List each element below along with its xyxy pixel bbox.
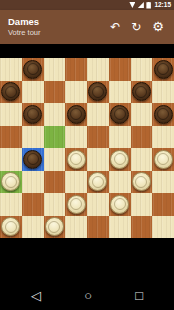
square-r7c5[interactable] <box>109 216 131 239</box>
square-r5c2[interactable] <box>44 171 66 194</box>
light-piece[interactable] <box>67 150 86 169</box>
light-piece[interactable] <box>154 150 173 169</box>
square-r1c1[interactable] <box>22 81 44 104</box>
square-r5c5[interactable] <box>109 171 131 194</box>
square-r6c5[interactable] <box>109 193 131 216</box>
square-r3c2[interactable] <box>44 126 66 149</box>
square-r7c6[interactable] <box>131 216 153 239</box>
light-piece[interactable] <box>132 172 151 191</box>
square-r4c4[interactable] <box>87 148 109 171</box>
square-r3c1[interactable] <box>22 126 44 149</box>
square-r4c2[interactable] <box>44 148 66 171</box>
dark-piece[interactable] <box>88 82 107 101</box>
square-r1c3[interactable] <box>65 81 87 104</box>
square-r4c3[interactable] <box>65 148 87 171</box>
dark-piece[interactable] <box>154 60 173 79</box>
square-r3c5[interactable] <box>109 126 131 149</box>
square-r6c6[interactable] <box>131 193 153 216</box>
square-r2c4[interactable] <box>87 103 109 126</box>
square-r7c2[interactable] <box>44 216 66 239</box>
square-r6c2[interactable] <box>44 193 66 216</box>
board <box>0 58 174 238</box>
square-r3c3[interactable] <box>65 126 87 149</box>
undo-icon[interactable]: ↶ <box>110 21 120 33</box>
light-piece[interactable] <box>110 150 129 169</box>
square-r2c3[interactable] <box>65 103 87 126</box>
square-r0c5[interactable] <box>109 58 131 81</box>
light-piece[interactable] <box>1 172 20 191</box>
square-r6c1[interactable] <box>22 193 44 216</box>
light-piece[interactable] <box>67 195 86 214</box>
light-piece[interactable] <box>1 217 20 236</box>
light-piece[interactable] <box>110 195 129 214</box>
dark-piece[interactable] <box>23 150 42 169</box>
square-r7c4[interactable] <box>87 216 109 239</box>
back-icon[interactable]: ◁ <box>31 289 41 302</box>
square-r0c4[interactable] <box>87 58 109 81</box>
square-r4c0[interactable] <box>0 148 22 171</box>
gear-icon[interactable]: ⚙ <box>152 21 164 33</box>
square-r0c6[interactable] <box>131 58 153 81</box>
battery-icon <box>146 2 151 9</box>
turn-status-text: Votre tour <box>8 29 41 38</box>
clock-text: 12:15 <box>154 0 171 10</box>
android-nav-bar: ◁ ○ □ <box>0 283 174 307</box>
square-r1c7[interactable] <box>152 81 174 104</box>
square-r5c4[interactable] <box>87 171 109 194</box>
square-r0c1[interactable] <box>22 58 44 81</box>
square-r2c6[interactable] <box>131 103 153 126</box>
square-r2c0[interactable] <box>0 103 22 126</box>
bottom-area: ◁ ○ □ <box>0 238 174 310</box>
board-top-gap <box>0 44 174 58</box>
square-r3c0[interactable] <box>0 126 22 149</box>
square-r1c5[interactable] <box>109 81 131 104</box>
square-r0c0[interactable] <box>0 58 22 81</box>
square-r2c7[interactable] <box>152 103 174 126</box>
dark-piece[interactable] <box>132 82 151 101</box>
square-r2c5[interactable] <box>109 103 131 126</box>
dark-piece[interactable] <box>154 105 173 124</box>
square-r1c0[interactable] <box>0 81 22 104</box>
dark-piece[interactable] <box>67 105 86 124</box>
square-r4c6[interactable] <box>131 148 153 171</box>
home-icon[interactable]: ○ <box>84 289 92 302</box>
square-r6c3[interactable] <box>65 193 87 216</box>
square-r1c4[interactable] <box>87 81 109 104</box>
square-r1c6[interactable] <box>131 81 153 104</box>
app-bar-actions: ↶ ↻ ⚙ <box>110 21 166 33</box>
square-r6c0[interactable] <box>0 193 22 216</box>
refresh-icon[interactable]: ↻ <box>131 21 141 33</box>
square-r5c1[interactable] <box>22 171 44 194</box>
square-r0c7[interactable] <box>152 58 174 81</box>
square-r6c4[interactable] <box>87 193 109 216</box>
phone-screen: 12:15 Dames Votre tour ↶ ↻ ⚙ ◁ ○ □ <box>0 0 174 310</box>
square-r6c7[interactable] <box>152 193 174 216</box>
square-r3c6[interactable] <box>131 126 153 149</box>
square-r2c2[interactable] <box>44 103 66 126</box>
square-r3c4[interactable] <box>87 126 109 149</box>
dark-piece[interactable] <box>23 60 42 79</box>
app-bar: Dames Votre tour ↶ ↻ ⚙ <box>0 10 174 44</box>
signal-icon <box>138 2 144 8</box>
light-piece[interactable] <box>88 172 107 191</box>
square-r4c5[interactable] <box>109 148 131 171</box>
dark-piece[interactable] <box>1 82 20 101</box>
app-titles: Dames Votre tour <box>8 17 41 38</box>
square-r5c7[interactable] <box>152 171 174 194</box>
square-r2c1[interactable] <box>22 103 44 126</box>
recent-apps-icon[interactable]: □ <box>135 289 143 302</box>
dark-piece[interactable] <box>110 105 129 124</box>
square-r7c3[interactable] <box>65 216 87 239</box>
square-r4c7[interactable] <box>152 148 174 171</box>
square-r5c6[interactable] <box>131 171 153 194</box>
square-r0c2[interactable] <box>44 58 66 81</box>
square-r4c1[interactable] <box>22 148 44 171</box>
square-r5c0[interactable] <box>0 171 22 194</box>
square-r7c7[interactable] <box>152 216 174 239</box>
square-r7c0[interactable] <box>0 216 22 239</box>
wifi-icon <box>129 2 135 8</box>
dark-piece[interactable] <box>23 105 42 124</box>
square-r5c3[interactable] <box>65 171 87 194</box>
app-title: Dames <box>8 17 41 28</box>
square-r7c1[interactable] <box>22 216 44 239</box>
square-r3c7[interactable] <box>152 126 174 149</box>
light-piece[interactable] <box>45 217 64 236</box>
square-r1c2[interactable] <box>44 81 66 104</box>
square-r0c3[interactable] <box>65 58 87 81</box>
status-bar: 12:15 <box>0 0 174 10</box>
